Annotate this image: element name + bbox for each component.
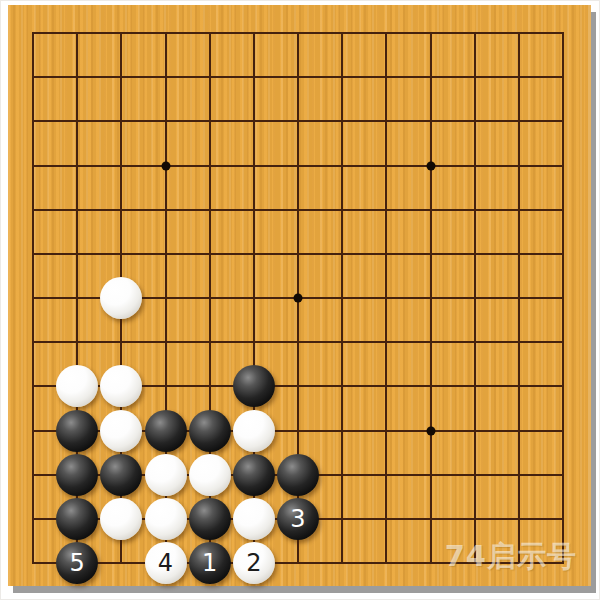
go-board[interactable]: 74启示号 35412 <box>8 5 591 586</box>
black-stone[interactable] <box>100 454 142 496</box>
grid-line-vertical <box>474 32 476 564</box>
white-stone[interactable] <box>56 365 98 407</box>
white-stone[interactable] <box>189 454 231 496</box>
grid-line-horizontal <box>32 562 564 564</box>
black-stone[interactable] <box>56 410 98 452</box>
grid-line-vertical <box>430 32 432 564</box>
grid-line-vertical <box>562 32 564 564</box>
white-stone[interactable] <box>145 498 187 540</box>
grid-line-horizontal <box>32 341 564 343</box>
move-number-label: 1 <box>202 551 217 575</box>
black-stone[interactable] <box>145 410 187 452</box>
white-stone[interactable]: 4 <box>145 542 187 584</box>
move-number-label: 4 <box>158 551 173 575</box>
star-point <box>161 161 170 170</box>
black-stone[interactable] <box>233 454 275 496</box>
move-number-label: 2 <box>246 551 261 575</box>
white-stone[interactable] <box>233 410 275 452</box>
screenshot-canvas: 74启示号 35412 <box>0 0 600 600</box>
white-stone[interactable] <box>145 454 187 496</box>
white-stone[interactable] <box>233 498 275 540</box>
black-stone[interactable]: 1 <box>189 542 231 584</box>
grid-line-vertical <box>518 32 520 564</box>
white-stone[interactable]: 2 <box>233 542 275 584</box>
star-point <box>426 161 435 170</box>
move-number-label: 3 <box>290 507 305 531</box>
white-stone[interactable] <box>100 365 142 407</box>
white-stone[interactable] <box>100 277 142 319</box>
move-number-label: 5 <box>70 551 85 575</box>
grid-line-vertical <box>385 32 387 564</box>
black-stone[interactable] <box>56 454 98 496</box>
watermark-text: 74启示号 <box>445 537 577 577</box>
white-stone[interactable] <box>100 410 142 452</box>
star-point <box>426 426 435 435</box>
star-point <box>294 294 303 303</box>
black-stone[interactable] <box>277 454 319 496</box>
black-stone[interactable]: 3 <box>277 498 319 540</box>
grid-line-vertical <box>341 32 343 564</box>
black-stone[interactable]: 5 <box>56 542 98 584</box>
black-stone[interactable] <box>233 365 275 407</box>
black-stone[interactable] <box>189 410 231 452</box>
black-stone[interactable] <box>56 498 98 540</box>
black-stone[interactable] <box>189 498 231 540</box>
white-stone[interactable] <box>100 498 142 540</box>
